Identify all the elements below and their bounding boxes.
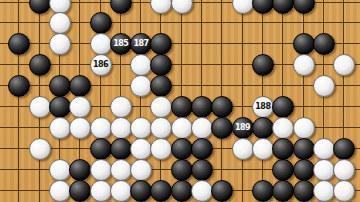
black-stone-move-187[interactable]: 187 <box>130 33 152 55</box>
white-stone[interactable] <box>333 159 355 181</box>
black-stone[interactable] <box>29 54 51 76</box>
white-stone[interactable] <box>29 96 51 118</box>
white-stone[interactable] <box>272 117 294 139</box>
white-stone[interactable] <box>313 159 335 181</box>
black-stone[interactable] <box>252 117 274 139</box>
black-stone[interactable] <box>69 180 91 202</box>
white-stone[interactable] <box>150 117 172 139</box>
black-stone[interactable] <box>110 138 132 160</box>
grid-line-vertical <box>242 0 243 202</box>
white-stone[interactable] <box>150 138 172 160</box>
black-stone[interactable] <box>191 96 213 118</box>
black-stone[interactable] <box>191 138 213 160</box>
white-stone[interactable] <box>110 180 132 202</box>
white-stone[interactable] <box>171 117 193 139</box>
black-stone[interactable] <box>171 159 193 181</box>
black-stone[interactable] <box>171 180 193 202</box>
go-board-screenshot: 185187186188189 <box>0 0 360 202</box>
black-stone[interactable] <box>49 75 71 97</box>
black-stone[interactable] <box>171 138 193 160</box>
black-stone[interactable] <box>293 159 315 181</box>
black-stone[interactable] <box>69 75 91 97</box>
white-stone[interactable] <box>252 138 274 160</box>
black-stone[interactable] <box>150 54 172 76</box>
white-stone[interactable] <box>130 117 152 139</box>
black-stone[interactable] <box>211 96 233 118</box>
black-stone[interactable] <box>191 159 213 181</box>
black-stone[interactable] <box>293 0 315 14</box>
black-stone[interactable] <box>110 0 132 14</box>
white-stone[interactable] <box>69 117 91 139</box>
move-number-label: 189 <box>235 124 250 132</box>
black-stone[interactable] <box>211 117 233 139</box>
black-stone[interactable] <box>90 138 112 160</box>
grid-line-vertical <box>18 0 19 202</box>
white-stone[interactable] <box>90 117 112 139</box>
move-number-label: 186 <box>93 61 108 69</box>
white-stone-move-188[interactable]: 188 <box>252 96 274 118</box>
black-stone[interactable] <box>272 0 294 14</box>
black-stone-move-185[interactable]: 185 <box>110 33 132 55</box>
white-stone[interactable] <box>293 117 315 139</box>
white-stone[interactable] <box>49 117 71 139</box>
black-stone[interactable] <box>49 96 71 118</box>
black-stone[interactable] <box>293 33 315 55</box>
black-stone[interactable] <box>90 12 112 34</box>
black-stone[interactable] <box>171 96 193 118</box>
white-stone[interactable] <box>110 159 132 181</box>
white-stone[interactable] <box>130 54 152 76</box>
white-stone[interactable] <box>110 117 132 139</box>
white-stone[interactable] <box>49 12 71 34</box>
black-stone[interactable] <box>8 75 30 97</box>
white-stone[interactable] <box>69 96 91 118</box>
move-number-label: 187 <box>133 40 148 48</box>
white-stone[interactable] <box>313 180 335 202</box>
go-board[interactable]: 185187186188189 <box>0 0 360 202</box>
black-stone[interactable] <box>69 159 91 181</box>
white-stone[interactable] <box>90 159 112 181</box>
black-stone[interactable] <box>130 180 152 202</box>
black-stone[interactable] <box>272 138 294 160</box>
white-stone[interactable] <box>110 96 132 118</box>
white-stone[interactable] <box>313 138 335 160</box>
black-stone[interactable] <box>272 180 294 202</box>
white-stone[interactable] <box>293 54 315 76</box>
black-stone[interactable] <box>293 138 315 160</box>
black-stone[interactable] <box>150 180 172 202</box>
white-stone[interactable] <box>191 180 213 202</box>
black-stone[interactable] <box>29 0 51 14</box>
black-stone[interactable] <box>293 180 315 202</box>
white-stone[interactable] <box>232 0 254 14</box>
white-stone[interactable] <box>150 96 172 118</box>
move-number-label: 188 <box>255 103 270 111</box>
white-stone[interactable] <box>171 0 193 14</box>
black-stone[interactable] <box>8 33 30 55</box>
black-stone-move-189[interactable]: 189 <box>232 117 254 139</box>
black-stone[interactable] <box>252 180 274 202</box>
white-stone[interactable] <box>90 33 112 55</box>
black-stone[interactable] <box>252 0 274 14</box>
black-stone[interactable] <box>211 180 233 202</box>
white-stone[interactable] <box>90 180 112 202</box>
white-stone[interactable] <box>130 75 152 97</box>
white-stone[interactable] <box>191 117 213 139</box>
white-stone[interactable] <box>333 54 355 76</box>
white-stone[interactable] <box>313 75 335 97</box>
black-stone[interactable] <box>313 33 335 55</box>
white-stone[interactable] <box>49 180 71 202</box>
move-number-label: 185 <box>113 40 128 48</box>
black-stone[interactable] <box>252 54 274 76</box>
white-stone[interactable] <box>150 0 172 14</box>
white-stone-move-186[interactable]: 186 <box>90 54 112 76</box>
white-stone[interactable] <box>49 159 71 181</box>
black-stone[interactable] <box>150 75 172 97</box>
white-stone[interactable] <box>29 138 51 160</box>
black-stone[interactable] <box>272 159 294 181</box>
black-stone[interactable] <box>150 33 172 55</box>
black-stone[interactable] <box>333 138 355 160</box>
white-stone[interactable] <box>232 138 254 160</box>
white-stone[interactable] <box>130 159 152 181</box>
white-stone[interactable] <box>49 33 71 55</box>
black-stone[interactable] <box>272 96 294 118</box>
white-stone[interactable] <box>333 180 355 202</box>
white-stone[interactable] <box>130 138 152 160</box>
